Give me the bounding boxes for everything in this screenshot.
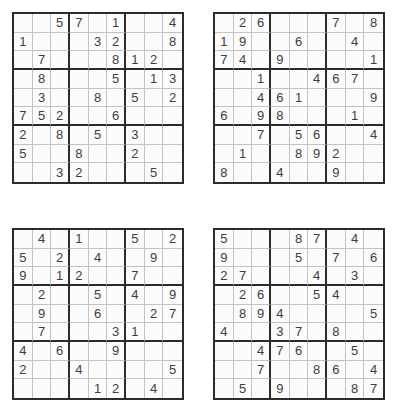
cell-r9c8: 8 <box>346 379 365 398</box>
cell-r7c5: 5 <box>290 126 309 145</box>
cell-r7c9[interactable] <box>364 342 383 361</box>
cell-r2c8[interactable] <box>346 249 365 268</box>
cell-r2c6[interactable] <box>107 249 126 268</box>
cell-r1c1[interactable] <box>14 230 33 249</box>
cell-r2c4[interactable] <box>271 33 290 52</box>
cell-r4c2: 2 <box>234 286 253 305</box>
cell-r3c4: 9 <box>271 51 290 70</box>
cell-r2c1: 5 <box>14 249 33 268</box>
cell-r6c2[interactable] <box>234 107 253 126</box>
cell-r5c4[interactable] <box>70 89 89 108</box>
cell-r9c7: 9 <box>327 163 346 182</box>
cell-r7c9[interactable] <box>163 126 182 145</box>
cell-r4c5: 5 <box>89 286 108 305</box>
cell-r9c7[interactable] <box>126 379 145 398</box>
cell-r8c3[interactable] <box>51 361 70 380</box>
cell-r8c4: 8 <box>70 145 89 164</box>
cell-r9c2[interactable] <box>234 163 253 182</box>
cell-r6c9[interactable] <box>163 107 182 126</box>
cell-r6c4[interactable] <box>70 323 89 342</box>
cell-r9c4: 4 <box>271 163 290 182</box>
cell-r9c8: 4 <box>145 379 164 398</box>
cell-r4c5[interactable] <box>89 70 108 89</box>
cell-r6c9[interactable] <box>364 323 383 342</box>
cell-r4c9[interactable] <box>364 70 383 89</box>
cell-r4c9[interactable] <box>364 286 383 305</box>
cell-r1c9[interactable] <box>364 230 383 249</box>
cell-r4c4[interactable] <box>70 286 89 305</box>
cell-r4c8: 1 <box>145 70 164 89</box>
cell-r3c7: 7 <box>126 267 145 286</box>
cell-r7c7: 3 <box>126 126 145 145</box>
cell-r1c2: 2 <box>234 14 253 33</box>
cell-r3c8[interactable] <box>145 267 164 286</box>
cell-r9c2: 5 <box>234 379 253 398</box>
cell-r9c1: 8 <box>215 163 234 182</box>
cell-r5c3[interactable] <box>51 89 70 108</box>
cell-r3c3[interactable] <box>252 267 271 286</box>
cell-r5c4: 4 <box>271 305 290 324</box>
cell-r1c5[interactable] <box>290 14 309 33</box>
cell-r2c2[interactable] <box>33 33 52 52</box>
cell-r1c1: 5 <box>215 230 234 249</box>
cell-r6c5[interactable] <box>89 323 108 342</box>
cell-r9c7[interactable] <box>126 163 145 182</box>
cell-r7c8[interactable] <box>145 342 164 361</box>
cell-r7c7[interactable] <box>327 126 346 145</box>
cell-r3c6: 8 <box>107 51 126 70</box>
cell-r8c7[interactable] <box>126 361 145 380</box>
cell-r1c5: 8 <box>290 230 309 249</box>
cell-r8c9: 4 <box>364 361 383 380</box>
cell-r8c4[interactable] <box>271 361 290 380</box>
cell-r7c4: 7 <box>271 342 290 361</box>
cell-r4c2: 8 <box>33 70 52 89</box>
cell-r5c1[interactable] <box>215 89 234 108</box>
cell-r8c4[interactable] <box>271 145 290 164</box>
cell-r6c6[interactable] <box>308 323 327 342</box>
cell-r2c4[interactable] <box>70 249 89 268</box>
cell-r6c5[interactable] <box>290 107 309 126</box>
cell-r9c2[interactable] <box>33 379 52 398</box>
cell-r7c2[interactable] <box>33 126 52 145</box>
cell-r5c1[interactable] <box>215 305 234 324</box>
cell-r1c4: 1 <box>70 230 89 249</box>
cell-r6c1: 4 <box>215 323 234 342</box>
cell-r1c3: 5 <box>51 14 70 33</box>
cell-r5c4[interactable] <box>70 305 89 324</box>
cell-r8c1: 2 <box>14 361 33 380</box>
cell-r5c6[interactable] <box>107 89 126 108</box>
cell-r2c3[interactable] <box>252 249 271 268</box>
cell-r1c2[interactable] <box>33 14 52 33</box>
cell-r2c6[interactable] <box>308 249 327 268</box>
cell-r8c4: 4 <box>70 361 89 380</box>
cell-r1c3[interactable] <box>51 230 70 249</box>
cell-r5c7[interactable] <box>126 305 145 324</box>
cell-r5c1[interactable] <box>14 89 33 108</box>
cell-r1c5[interactable] <box>89 14 108 33</box>
cell-r8c8[interactable] <box>145 145 164 164</box>
cell-r9c1[interactable] <box>215 379 234 398</box>
cell-r7c6: 6 <box>308 126 327 145</box>
cell-r1c9: 2 <box>163 230 182 249</box>
cell-r5c8[interactable] <box>346 89 365 108</box>
cell-r6c1: 6 <box>215 107 234 126</box>
cell-r7c9[interactable] <box>163 342 182 361</box>
cell-r1c6[interactable] <box>107 230 126 249</box>
cell-r4c7: 4 <box>126 286 145 305</box>
cell-r6c6: 3 <box>107 323 126 342</box>
cell-r9c6[interactable] <box>308 163 327 182</box>
cell-r9c4[interactable] <box>70 379 89 398</box>
cell-r2c9[interactable] <box>163 249 182 268</box>
cell-r5c1[interactable] <box>14 305 33 324</box>
cell-r5c8[interactable] <box>346 305 365 324</box>
cell-r2c6[interactable] <box>308 33 327 52</box>
cell-r9c2[interactable] <box>33 163 52 182</box>
cell-r5c7: 5 <box>126 89 145 108</box>
cell-r1c1[interactable] <box>215 14 234 33</box>
cell-r3c8[interactable] <box>346 51 365 70</box>
cell-r8c6[interactable] <box>107 145 126 164</box>
cell-r3c6[interactable] <box>107 267 126 286</box>
cell-r3c7[interactable] <box>327 51 346 70</box>
cell-r8c8[interactable] <box>145 361 164 380</box>
cell-r3c1: 2 <box>215 267 234 286</box>
cell-r9c9[interactable] <box>163 163 182 182</box>
cell-r9c5[interactable] <box>290 163 309 182</box>
cell-r3c6: 4 <box>308 267 327 286</box>
cell-r8c1: 5 <box>14 145 33 164</box>
cell-r8c7: 6 <box>327 361 346 380</box>
cell-r7c1: 4 <box>14 342 33 361</box>
cell-r3c6[interactable] <box>308 51 327 70</box>
cell-r5c6[interactable] <box>308 305 327 324</box>
cell-r8c8[interactable] <box>346 361 365 380</box>
cell-r4c4[interactable] <box>70 70 89 89</box>
cell-r8c2[interactable] <box>33 145 52 164</box>
cell-r1c8[interactable] <box>145 14 164 33</box>
sudoku-board-bottom-left: 41525249912725499627731469245124 <box>12 228 184 400</box>
cell-r9c1[interactable] <box>14 163 33 182</box>
cell-r2c9: 8 <box>163 33 182 52</box>
cell-r2c9: 6 <box>364 249 383 268</box>
cell-r9c9[interactable] <box>364 163 383 182</box>
cell-r3c9[interactable] <box>163 51 182 70</box>
cell-r6c7[interactable] <box>327 107 346 126</box>
cell-r7c9: 4 <box>364 126 383 145</box>
cell-r4c8: 7 <box>346 70 365 89</box>
cell-r8c2[interactable] <box>33 361 52 380</box>
cell-r9c3[interactable] <box>252 379 271 398</box>
cell-r1c6: 1 <box>107 14 126 33</box>
cell-r3c3[interactable] <box>51 51 70 70</box>
cell-r8c3[interactable] <box>252 145 271 164</box>
cell-r5c3[interactable] <box>51 305 70 324</box>
cell-r3c5[interactable] <box>290 267 309 286</box>
cell-r5c5[interactable] <box>290 305 309 324</box>
cell-r6c8[interactable] <box>145 323 164 342</box>
cell-r7c7[interactable] <box>327 342 346 361</box>
cell-r3c4[interactable] <box>70 51 89 70</box>
cell-r3c4[interactable] <box>271 267 290 286</box>
cell-r3c1: 9 <box>14 267 33 286</box>
cell-r4c3[interactable] <box>51 70 70 89</box>
cell-r2c9[interactable] <box>364 33 383 52</box>
cell-r5c4: 6 <box>271 89 290 108</box>
cell-r2c1: 9 <box>215 249 234 268</box>
cell-r6c7: 8 <box>327 323 346 342</box>
cell-r2c3[interactable] <box>51 33 70 52</box>
cell-r4c1[interactable] <box>14 70 33 89</box>
cell-r3c1: 7 <box>215 51 234 70</box>
cell-r6c9[interactable] <box>163 323 182 342</box>
cell-r6c3: 2 <box>51 107 70 126</box>
cell-r4c7: 6 <box>327 70 346 89</box>
cell-r9c1[interactable] <box>14 379 33 398</box>
cell-r1c1[interactable] <box>14 14 33 33</box>
cell-r3c2: 4 <box>234 51 253 70</box>
cell-r3c7: 1 <box>126 51 145 70</box>
cell-r4c7[interactable] <box>126 70 145 89</box>
cell-r4c1[interactable] <box>14 286 33 305</box>
cell-r5c5: 6 <box>89 305 108 324</box>
cell-r5c2: 8 <box>234 305 253 324</box>
cell-r1c4[interactable] <box>271 230 290 249</box>
cell-r8c5[interactable] <box>290 361 309 380</box>
cell-r5c2[interactable] <box>234 89 253 108</box>
cell-r6c8[interactable] <box>145 107 164 126</box>
cell-r5c8[interactable] <box>145 89 164 108</box>
cell-r5c7[interactable] <box>327 305 346 324</box>
cell-r5c9: 7 <box>163 305 182 324</box>
cell-r5c6[interactable] <box>107 305 126 324</box>
cell-r6c5: 7 <box>290 323 309 342</box>
cell-r6c4: 3 <box>271 323 290 342</box>
cell-r6c9[interactable] <box>364 107 383 126</box>
cell-r4c6: 5 <box>308 286 327 305</box>
cell-r6c8[interactable] <box>346 323 365 342</box>
cell-r4c8[interactable] <box>145 286 164 305</box>
cell-r1c4: 7 <box>70 14 89 33</box>
cell-r9c5: 1 <box>89 379 108 398</box>
cell-r7c6[interactable] <box>308 342 327 361</box>
cell-r3c5[interactable] <box>89 267 108 286</box>
cell-r2c7[interactable] <box>126 249 145 268</box>
cell-r8c5[interactable] <box>89 145 108 164</box>
cell-r5c7[interactable] <box>327 89 346 108</box>
cell-r2c8: 4 <box>346 33 365 52</box>
cell-r5c6[interactable] <box>308 89 327 108</box>
sudoku-sheet: 5714132878128513385275262853582325 26781… <box>0 0 400 400</box>
cell-r9c4: 9 <box>271 379 290 398</box>
cell-r3c5[interactable] <box>290 51 309 70</box>
cell-r8c3[interactable] <box>51 145 70 164</box>
cell-r1c3[interactable] <box>252 230 271 249</box>
cell-r1c8[interactable] <box>346 14 365 33</box>
cell-r3c5[interactable] <box>89 51 108 70</box>
cell-r1c7: 7 <box>327 14 346 33</box>
cell-r7c5[interactable] <box>89 342 108 361</box>
cell-r6c2[interactable] <box>234 323 253 342</box>
cell-r3c1[interactable] <box>14 51 33 70</box>
cell-r8c2[interactable] <box>234 361 253 380</box>
cell-r1c6: 7 <box>308 230 327 249</box>
cell-r9c6: 2 <box>107 379 126 398</box>
cell-r4c8[interactable] <box>346 286 365 305</box>
cell-r9c3[interactable] <box>51 379 70 398</box>
cell-r2c2[interactable] <box>234 249 253 268</box>
cell-r6c4: 8 <box>271 107 290 126</box>
cell-r2c8[interactable] <box>145 33 164 52</box>
cell-r5c8: 2 <box>145 305 164 324</box>
cell-r9c8[interactable] <box>346 163 365 182</box>
cell-r6c6[interactable] <box>308 107 327 126</box>
cell-r5c2: 3 <box>33 89 52 108</box>
cell-r6c3[interactable] <box>51 323 70 342</box>
cell-r4c5[interactable] <box>290 286 309 305</box>
cell-r3c7[interactable] <box>327 267 346 286</box>
cell-r7c4[interactable] <box>70 342 89 361</box>
cell-r1c5[interactable] <box>89 230 108 249</box>
cell-r7c2[interactable] <box>234 342 253 361</box>
cell-r4c3: 6 <box>252 286 271 305</box>
cell-r9c7[interactable] <box>327 379 346 398</box>
cell-r6c3[interactable] <box>252 323 271 342</box>
cell-r7c7[interactable] <box>126 342 145 361</box>
cell-r8c3: 7 <box>252 361 271 380</box>
cell-r4c3[interactable] <box>51 286 70 305</box>
cell-r4c1[interactable] <box>215 286 234 305</box>
cell-r6c5[interactable] <box>89 107 108 126</box>
cell-r7c3: 4 <box>252 342 271 361</box>
cell-r4c6: 4 <box>308 70 327 89</box>
cell-r3c9: 1 <box>364 51 383 70</box>
cell-r9c5[interactable] <box>290 379 309 398</box>
cell-r1c6[interactable] <box>308 14 327 33</box>
cell-r6c1: 7 <box>14 107 33 126</box>
cell-r4c1[interactable] <box>215 70 234 89</box>
cell-r7c6[interactable] <box>107 126 126 145</box>
cell-r9c9: 7 <box>364 379 383 398</box>
cell-r1c2[interactable] <box>234 230 253 249</box>
cell-r8c1[interactable] <box>215 145 234 164</box>
cell-r2c3[interactable] <box>252 33 271 52</box>
cell-r2c7[interactable] <box>327 33 346 52</box>
cell-r3c2[interactable] <box>33 267 52 286</box>
cell-r6c2: 5 <box>33 107 52 126</box>
cell-r9c4: 2 <box>70 163 89 182</box>
cell-r2c4[interactable] <box>271 249 290 268</box>
cell-r6c6: 6 <box>107 107 126 126</box>
cell-r2c7[interactable] <box>126 33 145 52</box>
cell-r7c8[interactable] <box>346 126 365 145</box>
cell-r3c9[interactable] <box>364 267 383 286</box>
cell-r4c2[interactable] <box>234 70 253 89</box>
cell-r9c5[interactable] <box>89 163 108 182</box>
cell-r7c1[interactable] <box>215 342 234 361</box>
cell-r1c2: 4 <box>33 230 52 249</box>
cell-r7c6: 9 <box>107 342 126 361</box>
cell-r7c8[interactable] <box>145 126 164 145</box>
cell-r7c5: 6 <box>290 342 309 361</box>
cell-r3c9[interactable] <box>163 267 182 286</box>
cell-r2c5: 5 <box>290 249 309 268</box>
cell-r5c9: 9 <box>364 89 383 108</box>
cell-r5c5: 1 <box>290 89 309 108</box>
cell-r6c3: 9 <box>252 107 271 126</box>
cell-r5c3: 4 <box>252 89 271 108</box>
cell-r1c8[interactable] <box>145 230 164 249</box>
cell-r9c3[interactable] <box>252 163 271 182</box>
cell-r4c3: 1 <box>252 70 271 89</box>
cell-r4c4[interactable] <box>271 70 290 89</box>
cell-r4c6[interactable] <box>107 286 126 305</box>
cell-r8c5: 8 <box>290 145 309 164</box>
cell-r7c4[interactable] <box>70 126 89 145</box>
cell-r6c7[interactable] <box>126 107 145 126</box>
cell-r1c9: 8 <box>364 14 383 33</box>
cell-r8c1[interactable] <box>215 361 234 380</box>
cell-r8c6[interactable] <box>107 361 126 380</box>
cell-r9c6[interactable] <box>308 379 327 398</box>
cell-r1c4[interactable] <box>271 14 290 33</box>
cell-r7c4[interactable] <box>271 126 290 145</box>
cell-r8c9[interactable] <box>163 145 182 164</box>
cell-r2c3: 2 <box>51 249 70 268</box>
cell-r8c8[interactable] <box>346 145 365 164</box>
cell-r3c8: 3 <box>346 267 365 286</box>
cell-r2c1: 1 <box>215 33 234 52</box>
cell-r4c4[interactable] <box>271 286 290 305</box>
cell-r6c4[interactable] <box>70 107 89 126</box>
cell-r7c2[interactable] <box>234 126 253 145</box>
cell-r1c3: 6 <box>252 14 271 33</box>
cell-r2c4[interactable] <box>70 33 89 52</box>
cell-r8c5[interactable] <box>89 361 108 380</box>
sudoku-board-bottom-right: 587495762743265489454378476578645987 <box>213 228 385 400</box>
cell-r7c1[interactable] <box>215 126 234 145</box>
cell-r2c2: 9 <box>234 33 253 52</box>
cell-r2c1: 1 <box>14 33 33 52</box>
cell-r4c5[interactable] <box>290 70 309 89</box>
cell-r9c9[interactable] <box>163 379 182 398</box>
cell-r8c2: 1 <box>234 145 253 164</box>
cell-r1c7[interactable] <box>327 230 346 249</box>
cell-r2c2[interactable] <box>33 249 52 268</box>
cell-r1c7: 5 <box>126 230 145 249</box>
cell-r6c1[interactable] <box>14 323 33 342</box>
cell-r3c2: 7 <box>234 267 253 286</box>
cell-r6c8: 1 <box>346 107 365 126</box>
cell-r3c3[interactable] <box>252 51 271 70</box>
cell-r7c2[interactable] <box>33 342 52 361</box>
cell-r5c9: 5 <box>364 305 383 324</box>
cell-r2c7: 7 <box>327 249 346 268</box>
cell-r7c8: 5 <box>346 342 365 361</box>
cell-r8c6: 9 <box>308 145 327 164</box>
cell-r6c7: 1 <box>126 323 145 342</box>
cell-r8c9[interactable] <box>364 145 383 164</box>
cell-r5c9: 2 <box>163 89 182 108</box>
cell-r5c5: 8 <box>89 89 108 108</box>
cell-r3c4: 2 <box>70 267 89 286</box>
cell-r1c7[interactable] <box>126 14 145 33</box>
cell-r9c6[interactable] <box>107 163 126 182</box>
cell-r4c2: 2 <box>33 286 52 305</box>
cell-r6c2: 7 <box>33 323 52 342</box>
